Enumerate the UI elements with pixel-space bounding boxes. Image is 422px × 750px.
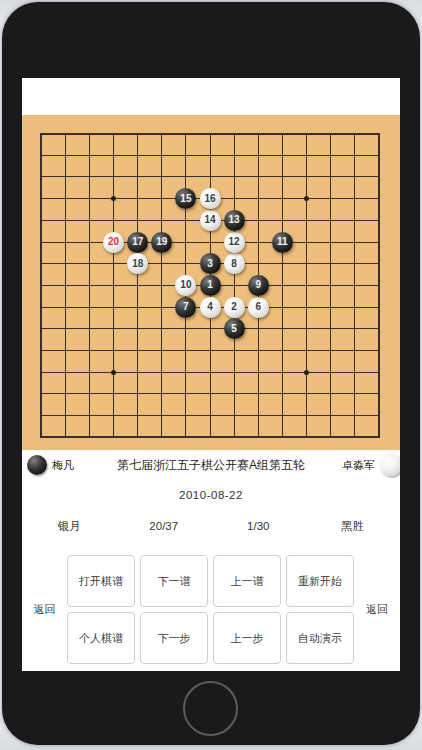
stone-7: 7 bbox=[175, 297, 196, 318]
black-player-name: 梅凡 bbox=[52, 458, 74, 473]
stone-16: 16 bbox=[200, 188, 221, 209]
stone-8: 8 bbox=[224, 253, 245, 274]
game-counter: 1/30 bbox=[211, 520, 306, 532]
grid-line-v bbox=[330, 134, 331, 438]
grid-line-h bbox=[41, 372, 378, 373]
auto-play-button[interactable]: 自动演示 bbox=[286, 612, 354, 664]
app-header bbox=[22, 78, 400, 115]
phone-frame: 1234567891011121314151617181920 梅凡 第七届浙江… bbox=[2, 2, 420, 745]
star-point bbox=[304, 370, 309, 375]
restart-button[interactable]: 重新开始 bbox=[286, 555, 354, 607]
player-row: 梅凡 第七届浙江五子棋公开赛A组第五轮 卓淼军 bbox=[22, 450, 400, 480]
move-counter: 20/37 bbox=[117, 520, 212, 532]
game-date: 2010-08-22 bbox=[22, 480, 400, 510]
grid-line-v bbox=[306, 134, 307, 438]
back-link-right[interactable]: 返回 bbox=[366, 602, 388, 617]
black-stone-icon bbox=[27, 455, 47, 475]
stone-11: 11 bbox=[272, 232, 293, 253]
stone-1: 1 bbox=[200, 275, 221, 296]
white-stone-icon bbox=[380, 454, 400, 476]
prev-kifu-button[interactable]: 上一谱 bbox=[213, 555, 281, 607]
stone-20: 20 bbox=[103, 232, 124, 253]
event-title: 第七届浙江五子棋公开赛A组第五轮 bbox=[117, 457, 305, 474]
open-kifu-button[interactable]: 打开棋谱 bbox=[67, 555, 135, 607]
grid-line-v bbox=[282, 134, 283, 438]
stone-19: 19 bbox=[151, 232, 172, 253]
star-point bbox=[111, 370, 116, 375]
gomoku-board[interactable]: 1234567891011121314151617181920 bbox=[22, 115, 400, 450]
grid-line-h bbox=[41, 415, 378, 416]
stone-4: 4 bbox=[200, 297, 221, 318]
grid-line-h bbox=[41, 393, 378, 394]
opening-name: 银月 bbox=[22, 519, 117, 534]
next-move-button[interactable]: 下一步 bbox=[140, 612, 208, 664]
grid-line-h bbox=[41, 328, 378, 329]
next-kifu-button[interactable]: 下一谱 bbox=[140, 555, 208, 607]
stone-5: 5 bbox=[224, 318, 245, 339]
stone-3: 3 bbox=[200, 253, 221, 274]
home-button[interactable] bbox=[183, 681, 238, 736]
back-link-left[interactable]: 返回 bbox=[34, 602, 56, 617]
white-player-name: 卓淼军 bbox=[342, 458, 375, 473]
prev-move-button[interactable]: 上一步 bbox=[213, 612, 281, 664]
stone-14: 14 bbox=[200, 210, 221, 231]
stone-9: 9 bbox=[248, 275, 269, 296]
app-screen: 1234567891011121314151617181920 梅凡 第七届浙江… bbox=[22, 78, 400, 671]
grid-line-v bbox=[234, 134, 235, 438]
control-button-grid: 打开棋谱下一谱上一谱重新开始个人棋谱下一步上一步自动演示 bbox=[67, 555, 354, 671]
stone-13: 13 bbox=[224, 210, 245, 231]
stone-12: 12 bbox=[224, 232, 245, 253]
controls-section: 返回 打开棋谱下一谱上一谱重新开始个人棋谱下一步上一步自动演示 返回 bbox=[22, 542, 400, 671]
stone-2: 2 bbox=[224, 297, 245, 318]
stats-row: 银月 20/37 1/30 黑胜 bbox=[22, 510, 400, 542]
grid-line-v bbox=[354, 134, 355, 438]
stone-6: 6 bbox=[248, 297, 269, 318]
personal-kifu-button[interactable]: 个人棋谱 bbox=[67, 612, 135, 664]
grid-line-h bbox=[41, 350, 378, 351]
result-label: 黑胜 bbox=[306, 519, 401, 534]
star-point bbox=[304, 196, 309, 201]
stone-17: 17 bbox=[127, 232, 148, 253]
